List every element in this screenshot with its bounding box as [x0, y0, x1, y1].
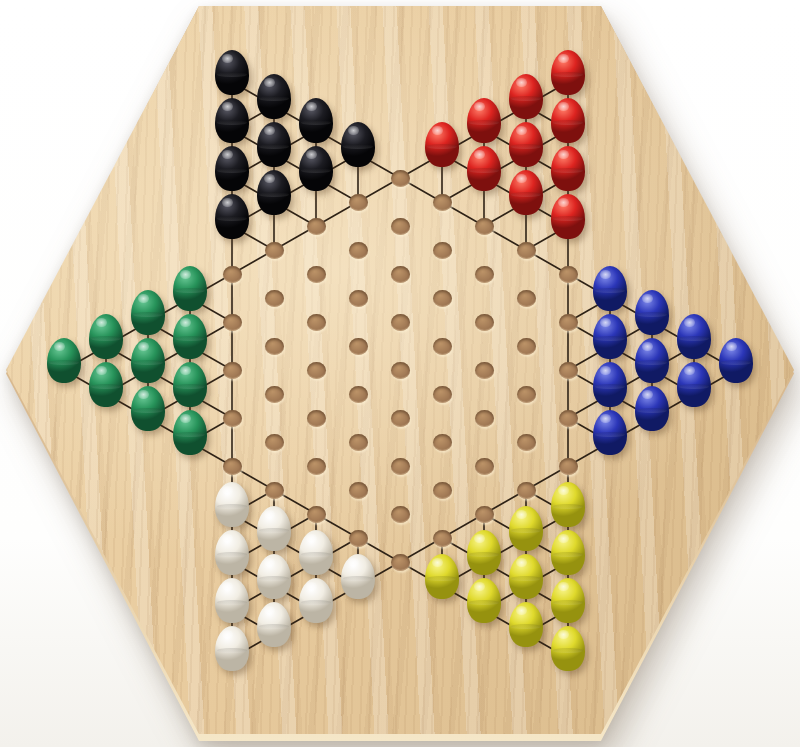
- peg-blue[interactable]: [593, 314, 627, 359]
- hole[interactable]: [559, 266, 578, 283]
- hole[interactable]: [349, 242, 368, 259]
- hole[interactable]: [475, 410, 494, 427]
- hole[interactable]: [307, 458, 326, 475]
- peg-yellow[interactable]: [467, 530, 501, 575]
- peg-green[interactable]: [173, 266, 207, 311]
- peg-yellow[interactable]: [509, 506, 543, 551]
- peg-black[interactable]: [257, 74, 291, 119]
- peg-red[interactable]: [551, 194, 585, 239]
- peg-white[interactable]: [215, 626, 249, 671]
- peg-black[interactable]: [299, 146, 333, 191]
- hole[interactable]: [391, 554, 410, 571]
- hole[interactable]: [223, 458, 242, 475]
- hole[interactable]: [265, 242, 284, 259]
- peg-black[interactable]: [215, 146, 249, 191]
- peg-blue[interactable]: [635, 290, 669, 335]
- hole[interactable]: [307, 314, 326, 331]
- hole[interactable]: [349, 194, 368, 211]
- hole[interactable]: [391, 170, 410, 187]
- hole[interactable]: [307, 266, 326, 283]
- hole[interactable]: [433, 242, 452, 259]
- hole[interactable]: [559, 362, 578, 379]
- peg-blue[interactable]: [635, 386, 669, 431]
- peg-green[interactable]: [47, 338, 81, 383]
- hole[interactable]: [349, 386, 368, 403]
- hole[interactable]: [223, 314, 242, 331]
- peg-green[interactable]: [89, 314, 123, 359]
- peg-green[interactable]: [89, 362, 123, 407]
- hole[interactable]: [391, 314, 410, 331]
- peg-red[interactable]: [551, 146, 585, 191]
- hole[interactable]: [559, 458, 578, 475]
- hole[interactable]: [559, 410, 578, 427]
- hole[interactable]: [391, 266, 410, 283]
- hole[interactable]: [265, 434, 284, 451]
- star-area: [43, 70, 757, 670]
- hole[interactable]: [265, 290, 284, 307]
- hole[interactable]: [517, 434, 536, 451]
- board-grid: [43, 70, 757, 670]
- peg-yellow[interactable]: [551, 482, 585, 527]
- hole[interactable]: [223, 410, 242, 427]
- hole[interactable]: [433, 290, 452, 307]
- peg-yellow[interactable]: [425, 554, 459, 599]
- peg-yellow[interactable]: [551, 578, 585, 623]
- peg-green[interactable]: [173, 314, 207, 359]
- hole[interactable]: [391, 458, 410, 475]
- hole[interactable]: [433, 434, 452, 451]
- peg-blue[interactable]: [593, 266, 627, 311]
- peg-white[interactable]: [215, 530, 249, 575]
- hole[interactable]: [475, 218, 494, 235]
- peg-red[interactable]: [509, 74, 543, 119]
- hole[interactable]: [265, 482, 284, 499]
- hole[interactable]: [433, 338, 452, 355]
- peg-white[interactable]: [299, 530, 333, 575]
- peg-black[interactable]: [257, 122, 291, 167]
- peg-yellow[interactable]: [509, 554, 543, 599]
- peg-black[interactable]: [257, 170, 291, 215]
- peg-red[interactable]: [467, 146, 501, 191]
- hole[interactable]: [265, 338, 284, 355]
- peg-blue[interactable]: [593, 410, 627, 455]
- hole[interactable]: [475, 506, 494, 523]
- hole[interactable]: [391, 410, 410, 427]
- hole[interactable]: [433, 482, 452, 499]
- hole[interactable]: [391, 506, 410, 523]
- hole[interactable]: [517, 290, 536, 307]
- hole[interactable]: [349, 434, 368, 451]
- peg-blue[interactable]: [677, 314, 711, 359]
- hole[interactable]: [307, 362, 326, 379]
- peg-red[interactable]: [551, 50, 585, 95]
- peg-red[interactable]: [551, 98, 585, 143]
- hole[interactable]: [265, 386, 284, 403]
- hole[interactable]: [223, 266, 242, 283]
- peg-red[interactable]: [425, 122, 459, 167]
- hole[interactable]: [559, 314, 578, 331]
- hole[interactable]: [349, 338, 368, 355]
- peg-white[interactable]: [257, 506, 291, 551]
- peg-white[interactable]: [257, 554, 291, 599]
- peg-white[interactable]: [341, 554, 375, 599]
- hole[interactable]: [307, 410, 326, 427]
- hole[interactable]: [433, 386, 452, 403]
- peg-red[interactable]: [509, 122, 543, 167]
- peg-white[interactable]: [299, 578, 333, 623]
- hole[interactable]: [517, 482, 536, 499]
- hole[interactable]: [349, 530, 368, 547]
- hole[interactable]: [475, 362, 494, 379]
- peg-black[interactable]: [215, 98, 249, 143]
- peg-black[interactable]: [215, 194, 249, 239]
- hole[interactable]: [391, 218, 410, 235]
- hole[interactable]: [433, 194, 452, 211]
- peg-red[interactable]: [467, 98, 501, 143]
- photo-backdrop: [0, 0, 800, 747]
- hole[interactable]: [307, 218, 326, 235]
- hole[interactable]: [349, 290, 368, 307]
- hole[interactable]: [517, 242, 536, 259]
- board: [6, 6, 794, 734]
- peg-green[interactable]: [173, 410, 207, 455]
- hole[interactable]: [391, 362, 410, 379]
- hole[interactable]: [475, 314, 494, 331]
- peg-yellow[interactable]: [551, 626, 585, 671]
- hole[interactable]: [475, 266, 494, 283]
- peg-black[interactable]: [341, 122, 375, 167]
- peg-white[interactable]: [215, 578, 249, 623]
- peg-blue[interactable]: [719, 338, 753, 383]
- peg-yellow[interactable]: [467, 578, 501, 623]
- peg-black[interactable]: [299, 98, 333, 143]
- peg-blue[interactable]: [593, 362, 627, 407]
- peg-blue[interactable]: [677, 362, 711, 407]
- board-wrapper: [6, 6, 794, 741]
- peg-green[interactable]: [131, 386, 165, 431]
- hole[interactable]: [349, 482, 368, 499]
- hole[interactable]: [517, 386, 536, 403]
- hole[interactable]: [223, 362, 242, 379]
- hole[interactable]: [433, 530, 452, 547]
- peg-yellow[interactable]: [509, 602, 543, 647]
- peg-blue[interactable]: [635, 338, 669, 383]
- peg-white[interactable]: [257, 602, 291, 647]
- peg-green[interactable]: [131, 290, 165, 335]
- hole[interactable]: [307, 506, 326, 523]
- hole[interactable]: [517, 338, 536, 355]
- peg-yellow[interactable]: [551, 530, 585, 575]
- peg-white[interactable]: [215, 482, 249, 527]
- peg-green[interactable]: [131, 338, 165, 383]
- hole[interactable]: [475, 458, 494, 475]
- peg-green[interactable]: [173, 362, 207, 407]
- peg-red[interactable]: [509, 170, 543, 215]
- peg-black[interactable]: [215, 50, 249, 95]
